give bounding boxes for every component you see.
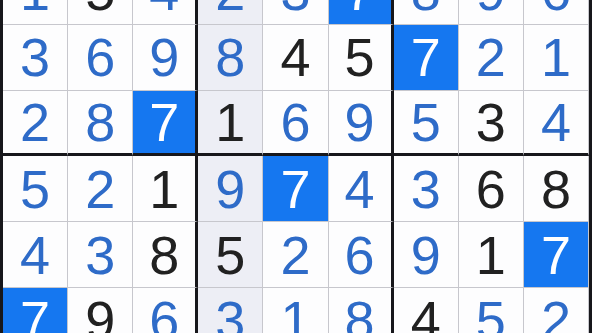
- sudoku-cell[interactable]: 8: [198, 25, 263, 91]
- sudoku-cell[interactable]: 8: [68, 91, 133, 157]
- sudoku-cell[interactable]: 6: [68, 25, 133, 91]
- sudoku-cell[interactable]: 5: [198, 222, 263, 288]
- sudoku-cell[interactable]: 7: [394, 25, 459, 91]
- sudoku-cell[interactable]: 8: [133, 222, 198, 288]
- sudoku-cell[interactable]: 2: [459, 25, 524, 91]
- sudoku-cell[interactable]: 9: [329, 91, 394, 157]
- sudoku-cell[interactable]: 1: [459, 222, 524, 288]
- sudoku-cell[interactable]: 4: [394, 288, 459, 333]
- sudoku-cell[interactable]: 3: [394, 156, 459, 222]
- sudoku-cell[interactable]: 1: [3, 0, 68, 25]
- sudoku-cell[interactable]: 4: [329, 156, 394, 222]
- sudoku-cell[interactable]: 4: [3, 222, 68, 288]
- sudoku-cell[interactable]: 1: [133, 156, 198, 222]
- sudoku-cell[interactable]: 4: [263, 25, 328, 91]
- sudoku-cell[interactable]: 4: [133, 0, 198, 25]
- sudoku-app-viewport: 1542378963698457212871695345219743684385…: [0, 0, 592, 333]
- sudoku-cell[interactable]: 8: [329, 288, 394, 333]
- sudoku-cell[interactable]: 6: [133, 288, 198, 333]
- sudoku-cell[interactable]: 2: [263, 222, 328, 288]
- sudoku-cell[interactable]: 3: [68, 222, 133, 288]
- sudoku-cell[interactable]: 9: [198, 156, 263, 222]
- sudoku-cell[interactable]: 5: [394, 91, 459, 157]
- sudoku-cell[interactable]: 6: [263, 91, 328, 157]
- sudoku-cell[interactable]: 8: [524, 156, 589, 222]
- sudoku-cell[interactable]: 2: [68, 156, 133, 222]
- sudoku-cell[interactable]: 9: [133, 25, 198, 91]
- sudoku-cell[interactable]: 5: [3, 156, 68, 222]
- sudoku-cell[interactable]: 3: [459, 91, 524, 157]
- sudoku-cell[interactable]: 9: [394, 222, 459, 288]
- sudoku-cell[interactable]: 6: [329, 222, 394, 288]
- sudoku-cell[interactable]: 7: [133, 91, 198, 157]
- sudoku-cell[interactable]: 5: [329, 25, 394, 91]
- sudoku-cell[interactable]: 9: [459, 0, 524, 25]
- sudoku-board: 1542378963698457212871695345219743684385…: [0, 0, 592, 333]
- sudoku-cell[interactable]: 5: [68, 0, 133, 25]
- sudoku-cell[interactable]: 3: [3, 25, 68, 91]
- sudoku-cell[interactable]: 4: [524, 91, 589, 157]
- sudoku-cell[interactable]: 1: [524, 25, 589, 91]
- sudoku-cell[interactable]: 7: [329, 0, 394, 25]
- sudoku-cell[interactable]: 9: [68, 288, 133, 333]
- sudoku-cell[interactable]: 7: [524, 222, 589, 288]
- sudoku-cell[interactable]: 1: [263, 288, 328, 333]
- sudoku-cell[interactable]: 5: [459, 288, 524, 333]
- sudoku-cell[interactable]: 6: [459, 156, 524, 222]
- sudoku-cell[interactable]: 2: [524, 288, 589, 333]
- sudoku-cell[interactable]: 2: [3, 91, 68, 157]
- sudoku-cell[interactable]: 3: [198, 288, 263, 333]
- sudoku-cell[interactable]: 7: [263, 156, 328, 222]
- sudoku-cell[interactable]: 1: [198, 91, 263, 157]
- sudoku-cell[interactable]: 2: [198, 0, 263, 25]
- sudoku-cell[interactable]: 3: [263, 0, 328, 25]
- sudoku-cell[interactable]: 8: [394, 0, 459, 25]
- sudoku-cell[interactable]: 7: [3, 288, 68, 333]
- sudoku-cell[interactable]: 6: [524, 0, 589, 25]
